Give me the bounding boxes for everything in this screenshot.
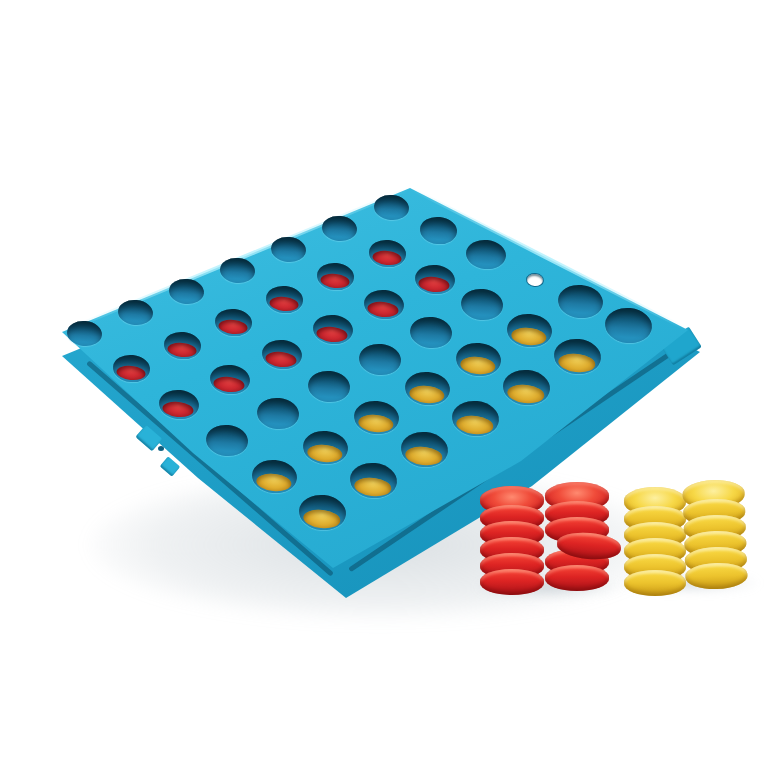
yellow-disc-in-hole: [460, 355, 496, 376]
red-disc-in-hole: [418, 275, 450, 293]
latch-tab: [160, 456, 181, 476]
red-disc-stack-1: [480, 486, 544, 595]
red-disc-in-hole: [367, 300, 399, 318]
red-disc-in-hole: [214, 376, 246, 394]
rim-pin-dot: [158, 446, 164, 451]
red-disc-in-hole: [320, 273, 350, 290]
yellow-disc: [685, 562, 748, 590]
yellow-disc-in-hole: [256, 472, 292, 493]
product-photo: [0, 0, 778, 778]
red-disc-in-hole: [162, 401, 194, 419]
red-disc: [545, 565, 609, 591]
yellow-disc-stack-3: [624, 487, 686, 596]
yellow-disc-in-hole: [511, 326, 547, 347]
yellow-disc: [624, 570, 686, 596]
red-disc: [480, 569, 544, 595]
red-disc-in-hole: [218, 319, 248, 336]
red-disc-stack-2: [545, 482, 609, 591]
yellow-disc-in-hole: [557, 351, 595, 373]
red-disc-in-hole: [269, 296, 299, 313]
yellow-disc-in-hole: [302, 507, 340, 529]
yellow-disc-in-hole: [307, 443, 343, 464]
yellow-disc-stack-4: [682, 479, 748, 590]
